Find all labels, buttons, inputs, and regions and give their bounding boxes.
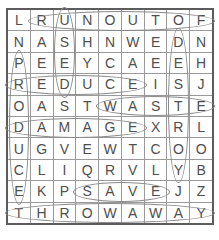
grid-cell[interactable]: W — [145, 203, 167, 223]
grid-cell[interactable]: I — [145, 74, 167, 94]
grid-cell[interactable]: O — [76, 203, 98, 223]
grid-cell[interactable]: F — [190, 10, 212, 30]
grid-cell[interactable]: E — [31, 74, 53, 94]
word-search-grid: LRUNOUTOFNASHNWEDNPEEYCAEEHREDUCEISJOAST… — [6, 8, 214, 225]
grid-cell[interactable]: E — [54, 53, 76, 73]
grid-cell[interactable]: J — [167, 181, 189, 201]
grid-cell[interactable]: Y — [190, 203, 212, 223]
grid-cell[interactable]: U — [76, 74, 98, 94]
grid-cell[interactable]: A — [76, 117, 98, 137]
grid-cell[interactable]: Z — [190, 181, 212, 201]
grid-cell[interactable]: H — [190, 53, 212, 73]
grid-cell[interactable]: A — [122, 96, 144, 116]
grid-cell[interactable]: H — [76, 31, 98, 51]
grid-cell[interactable]: L — [8, 10, 30, 30]
grid-cell[interactable]: R — [8, 74, 30, 94]
grid-cell[interactable]: B — [190, 160, 212, 180]
grid-cell[interactable]: E — [167, 53, 189, 73]
grid-cell[interactable]: Q — [76, 160, 98, 180]
grid-cell[interactable]: T — [122, 138, 144, 158]
grid-cell[interactable]: P — [54, 181, 76, 201]
grid-cell[interactable]: E — [190, 96, 212, 116]
grid-cell[interactable]: A — [122, 53, 144, 73]
grid-cell[interactable]: M — [54, 117, 76, 137]
grid-cell[interactable]: A — [31, 96, 53, 116]
grid-cell[interactable]: E — [145, 53, 167, 73]
grid-cell[interactable]: U — [54, 10, 76, 30]
grid-cell[interactable]: S — [54, 96, 76, 116]
grid-cell[interactable]: O — [8, 96, 30, 116]
grid-cell[interactable]: R — [31, 10, 53, 30]
grid-cell[interactable]: L — [145, 160, 167, 180]
grid-cell[interactable]: D — [167, 31, 189, 51]
grid-cell[interactable]: R — [167, 117, 189, 137]
grid-cell[interactable]: N — [190, 31, 212, 51]
grid-cell[interactable]: E — [8, 181, 30, 201]
grid-cell[interactable]: W — [99, 138, 121, 158]
grid-cell[interactable]: D — [54, 74, 76, 94]
grid-cell[interactable]: Y — [76, 53, 98, 73]
grid-cell[interactable]: W — [99, 203, 121, 223]
grid-cell[interactable]: T — [167, 96, 189, 116]
grid-cell[interactable]: O — [167, 10, 189, 30]
grid-cell[interactable]: S — [145, 96, 167, 116]
grid-cell[interactable]: R — [54, 203, 76, 223]
grid-cell[interactable]: W — [122, 31, 144, 51]
grid-cell[interactable]: A — [167, 203, 189, 223]
grid-cell[interactable]: L — [190, 117, 212, 137]
grid-cell[interactable]: E — [122, 74, 144, 94]
grid-cell[interactable]: H — [31, 203, 53, 223]
grid-cell[interactable]: L — [31, 160, 53, 180]
grid-cell[interactable]: E — [145, 31, 167, 51]
grid-cell[interactable]: E — [145, 181, 167, 201]
grid-cell[interactable]: A — [122, 203, 144, 223]
grid-cell[interactable]: O — [190, 138, 212, 158]
grid-cell[interactable]: C — [145, 138, 167, 158]
grid-cell[interactable]: T — [145, 10, 167, 30]
grid-cell[interactable]: I — [54, 160, 76, 180]
grid-cell[interactable]: O — [99, 10, 121, 30]
grid-cell[interactable]: N — [99, 31, 121, 51]
grid-cell[interactable]: E — [76, 138, 98, 158]
grid-cell[interactable]: R — [99, 160, 121, 180]
grid-cell[interactable]: V — [122, 160, 144, 180]
grid-cell[interactable]: U — [8, 138, 30, 158]
word-search-puzzle: LRUNOUTOFNASHNWEDNPEEYCAEEHREDUCEISJOAST… — [0, 0, 219, 240]
grid-cell[interactable]: U — [122, 10, 144, 30]
grid-cell[interactable]: S — [167, 74, 189, 94]
grid-cell[interactable]: C — [8, 160, 30, 180]
grid-cell[interactable]: K — [31, 181, 53, 201]
grid-cell[interactable]: A — [99, 181, 121, 201]
grid-cell[interactable]: E — [31, 53, 53, 73]
grid-cell[interactable]: W — [99, 96, 121, 116]
grid-cell[interactable]: N — [8, 31, 30, 51]
grid-cell[interactable]: S — [76, 181, 98, 201]
grid-cell[interactable]: G — [99, 117, 121, 137]
grid-cell[interactable]: J — [190, 74, 212, 94]
grid-cell[interactable]: C — [99, 74, 121, 94]
grid-cell[interactable]: X — [145, 117, 167, 137]
grid-cell[interactable]: A — [31, 31, 53, 51]
grid-cell[interactable]: V — [122, 181, 144, 201]
grid-cell[interactable]: P — [8, 53, 30, 73]
grid-cell[interactable]: N — [76, 10, 98, 30]
grid-cell[interactable]: O — [167, 138, 189, 158]
grid-cell[interactable]: A — [31, 117, 53, 137]
grid-cell[interactable]: C — [99, 53, 121, 73]
grid-cell[interactable]: G — [31, 138, 53, 158]
grid-cell[interactable]: E — [122, 117, 144, 137]
grid-cell[interactable]: V — [54, 138, 76, 158]
grid-cell[interactable]: S — [54, 31, 76, 51]
grid-cell[interactable]: Y — [167, 160, 189, 180]
grid-cell[interactable]: T — [8, 203, 30, 223]
grid-cell[interactable]: T — [76, 96, 98, 116]
grid-cell[interactable]: D — [8, 117, 30, 137]
